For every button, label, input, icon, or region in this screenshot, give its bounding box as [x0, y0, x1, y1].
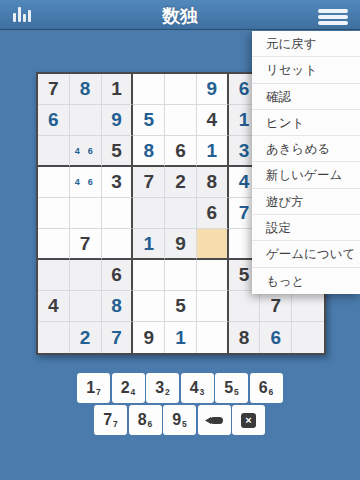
cell-r5c3[interactable] [102, 198, 134, 229]
key-digit-3[interactable]: 32 [146, 373, 179, 403]
menu-item-4[interactable]: ヒント [252, 110, 360, 136]
given-digit: 9 [143, 327, 154, 349]
cell-r5c6[interactable]: 6 [197, 198, 229, 229]
cell-r1c6[interactable]: 9 [197, 74, 229, 105]
menu-item-7[interactable]: 遊び方 [252, 189, 360, 215]
cell-r4c5[interactable]: 2 [165, 167, 197, 198]
given-digit: 4 [206, 109, 217, 131]
cell-r9c9[interactable] [292, 322, 324, 353]
given-digit: 6 [111, 264, 122, 286]
cell-r4c3[interactable]: 3 [102, 167, 134, 198]
user-digit: 2 [80, 327, 91, 349]
user-digit: 7 [111, 327, 122, 349]
user-digit: 9 [111, 109, 122, 131]
given-digit: 6 [206, 202, 217, 224]
given-digit: 4 [48, 295, 59, 317]
user-digit: 6 [271, 327, 282, 349]
cell-r5c5[interactable] [165, 198, 197, 229]
cell-r3c4[interactable]: 8 [133, 136, 165, 167]
given-digit: 8 [206, 171, 217, 193]
cell-r6c3[interactable] [102, 229, 134, 260]
cell-r2c4[interactable]: 5 [133, 105, 165, 136]
keypad-row-2: 778695× [94, 405, 265, 435]
user-digit: 9 [206, 78, 217, 100]
user-digit: 6 [239, 78, 250, 100]
cell-r3c6[interactable]: 1 [197, 136, 229, 167]
key-erase[interactable]: × [232, 405, 265, 435]
given-digit: 7 [80, 233, 91, 255]
given-digit: 6 [175, 140, 186, 162]
pencil-icon [205, 416, 224, 425]
cell-r8c5[interactable]: 5 [165, 291, 197, 322]
menu-item-10[interactable]: もっと [252, 268, 360, 294]
user-digit: 8 [143, 140, 154, 162]
cell-r8c7[interactable] [229, 291, 261, 322]
cell-r8c9[interactable] [292, 291, 324, 322]
given-digit: 7 [48, 78, 59, 100]
user-digit: 5 [143, 109, 154, 131]
cell-r7c5[interactable] [165, 260, 197, 291]
given-digit: 5 [239, 264, 250, 286]
cell-r9c5[interactable]: 1 [165, 322, 197, 353]
user-digit: 1 [143, 233, 154, 255]
cell-r6c2[interactable]: 7 [70, 229, 102, 260]
cell-r7c6[interactable] [197, 260, 229, 291]
user-digit: 1 [239, 109, 250, 131]
cell-r8c2[interactable] [70, 291, 102, 322]
given-digit: 7 [271, 295, 282, 317]
cell-r9c1[interactable] [38, 322, 70, 353]
user-digit: 7 [239, 202, 250, 224]
menu-item-6[interactable]: 新しいゲーム [252, 162, 360, 188]
cell-r5c2[interactable] [70, 198, 102, 229]
hamburger-menu-icon[interactable] [318, 9, 348, 25]
user-digit: 1 [175, 327, 186, 349]
cell-r9c3[interactable]: 7 [102, 322, 134, 353]
cell-r8c3[interactable]: 8 [102, 291, 134, 322]
user-digit: 1 [206, 140, 217, 162]
keypad-row-1: 172432435566 [77, 373, 283, 403]
toolbar: 数独 [0, 0, 360, 30]
given-digit: 7 [143, 171, 154, 193]
menu-item-9[interactable]: ゲームについて [252, 241, 360, 267]
cell-r2c2[interactable] [70, 105, 102, 136]
user-digit: 4 [239, 171, 250, 193]
cell-r4c1[interactable] [38, 167, 70, 198]
cell-r2c6[interactable]: 4 [197, 105, 229, 136]
cell-r9c2[interactable]: 2 [70, 322, 102, 353]
cell-r5c4[interactable] [133, 198, 165, 229]
cell-r9c4[interactable]: 9 [133, 322, 165, 353]
cell-r7c3[interactable]: 6 [102, 260, 134, 291]
menu-item-3[interactable]: 確認 [252, 84, 360, 110]
key-digit-8[interactable]: 86 [129, 405, 162, 435]
cell-r7c2[interactable] [70, 260, 102, 291]
given-digit: 5 [175, 295, 186, 317]
cell-r2c3[interactable]: 9 [102, 105, 134, 136]
cell-r5c1[interactable] [38, 198, 70, 229]
cell-r4c6[interactable]: 8 [197, 167, 229, 198]
cell-r3c3[interactable]: 5 [102, 136, 134, 167]
cell-r6c5[interactable]: 9 [165, 229, 197, 260]
key-digit-5[interactable]: 55 [215, 373, 248, 403]
cell-r8c4[interactable] [133, 291, 165, 322]
cell-r8c8[interactable]: 7 [260, 291, 292, 322]
given-digit: 9 [175, 233, 186, 255]
key-pencil[interactable] [198, 405, 231, 435]
key-digit-9[interactable]: 95 [163, 405, 196, 435]
cell-r2c1[interactable]: 6 [38, 105, 70, 136]
menu-item-1[interactable]: 元に戻す [252, 31, 360, 57]
cell-r7c1[interactable] [38, 260, 70, 291]
cell-r6c1[interactable] [38, 229, 70, 260]
erase-icon: × [241, 413, 256, 428]
cell-r9c8[interactable]: 6 [260, 322, 292, 353]
pencil-marks: 46 [70, 136, 101, 165]
user-digit: 6 [48, 109, 59, 131]
menu-item-5[interactable]: あきらめる [252, 136, 360, 162]
menu-item-8[interactable]: 設定 [252, 215, 360, 241]
cell-r3c5[interactable]: 6 [165, 136, 197, 167]
cell-r9c7[interactable]: 8 [229, 322, 261, 353]
cell-r4c2[interactable]: 46 [70, 167, 102, 198]
user-digit: 3 [239, 140, 250, 162]
key-digit-6[interactable]: 66 [250, 373, 283, 403]
cell-r6c4[interactable]: 1 [133, 229, 165, 260]
dropdown-menu: 元に戻すリセット確認ヒントあきらめる新しいゲーム遊び方設定ゲームについてもっと [252, 31, 360, 294]
cell-r3c1[interactable] [38, 136, 70, 167]
cell-r9c6[interactable] [197, 322, 229, 353]
given-digit: 8 [239, 327, 250, 349]
cell-r1c5[interactable] [165, 74, 197, 105]
cell-r1c3[interactable]: 1 [102, 74, 134, 105]
given-digit: 1 [111, 78, 122, 100]
given-digit: 2 [175, 171, 186, 193]
pencil-marks: 46 [70, 167, 101, 197]
key-digit-4[interactable]: 43 [181, 373, 214, 403]
menu-item-2[interactable]: リセット [252, 57, 360, 83]
cell-r1c1[interactable]: 7 [38, 74, 70, 105]
cell-r4c4[interactable]: 7 [133, 167, 165, 198]
app-title: 数独 [0, 4, 360, 28]
key-digit-1[interactable]: 17 [77, 373, 110, 403]
cell-r2c5[interactable] [165, 105, 197, 136]
given-digit: 5 [111, 140, 122, 162]
cell-r1c4[interactable] [133, 74, 165, 105]
user-digit: 8 [80, 78, 91, 100]
cell-r8c1[interactable]: 4 [38, 291, 70, 322]
user-digit: 8 [111, 295, 122, 317]
cell-r6c6[interactable] [197, 229, 229, 260]
cell-r8c6[interactable] [197, 291, 229, 322]
cell-r3c2[interactable]: 46 [70, 136, 102, 167]
cell-r1c2[interactable]: 8 [70, 74, 102, 105]
key-digit-7[interactable]: 77 [94, 405, 127, 435]
cell-r7c4[interactable] [133, 260, 165, 291]
given-digit: 3 [111, 171, 122, 193]
key-digit-2[interactable]: 24 [112, 373, 145, 403]
